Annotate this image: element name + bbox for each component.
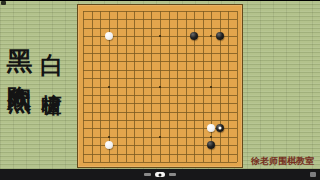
white-stone-D16[interactable] [105, 32, 113, 40]
player-logo-icon [1, 1, 6, 5]
white-player-label: 白 [40, 35, 63, 37]
tatami-background: 黑 陶欣然 白 檀啸 徐老师围棋教室 [0, 1, 320, 169]
star-point [210, 86, 212, 88]
grid-line-vertical [169, 11, 170, 162]
grid-line-horizontal [83, 112, 237, 113]
play-toggle[interactable] [155, 172, 165, 177]
white-stone-D3[interactable] [105, 141, 113, 149]
black-stone-R5[interactable] [216, 124, 224, 132]
black-stone-R16[interactable] [216, 32, 224, 40]
last-move-marker [218, 127, 221, 130]
star-point [159, 136, 161, 138]
seek-forward-icon[interactable] [169, 173, 176, 176]
star-point [159, 86, 161, 88]
black-player-name: 陶欣然 [7, 67, 31, 73]
grid-line-horizontal [83, 162, 237, 163]
black-stone-Q3[interactable] [207, 141, 215, 149]
star-point [210, 35, 212, 37]
grid-line-vertical [203, 11, 204, 162]
grid-line-vertical [237, 11, 238, 162]
star-point [108, 136, 110, 138]
grid-line-vertical [177, 11, 178, 162]
go-board-grid [83, 11, 237, 162]
grid-line-horizontal [83, 103, 237, 104]
black-player-label: 黑 [7, 29, 33, 31]
grid-line-horizontal [83, 120, 237, 121]
star-point [210, 136, 212, 138]
watermark-text: 徐老师围棋教室 [251, 155, 314, 168]
playback-controls [144, 172, 176, 177]
go-board[interactable] [77, 4, 243, 168]
grid-line-horizontal [83, 95, 237, 96]
star-point [108, 86, 110, 88]
star-point [159, 35, 161, 37]
white-stone-Q5[interactable] [207, 124, 215, 132]
seek-back-icon[interactable] [144, 173, 151, 176]
grid-line-vertical [186, 11, 187, 162]
black-stone-O16[interactable] [190, 32, 198, 40]
grid-line-horizontal [83, 154, 237, 155]
white-player-name: 檀啸 [42, 77, 62, 83]
grid-line-vertical [228, 11, 229, 162]
video-frame: 黑 陶欣然 白 檀啸 徐老师围棋教室 [0, 0, 320, 180]
menu-icon[interactable] [310, 172, 316, 177]
player-control-bar [0, 169, 320, 180]
play-toggle-knob-icon [159, 173, 162, 176]
